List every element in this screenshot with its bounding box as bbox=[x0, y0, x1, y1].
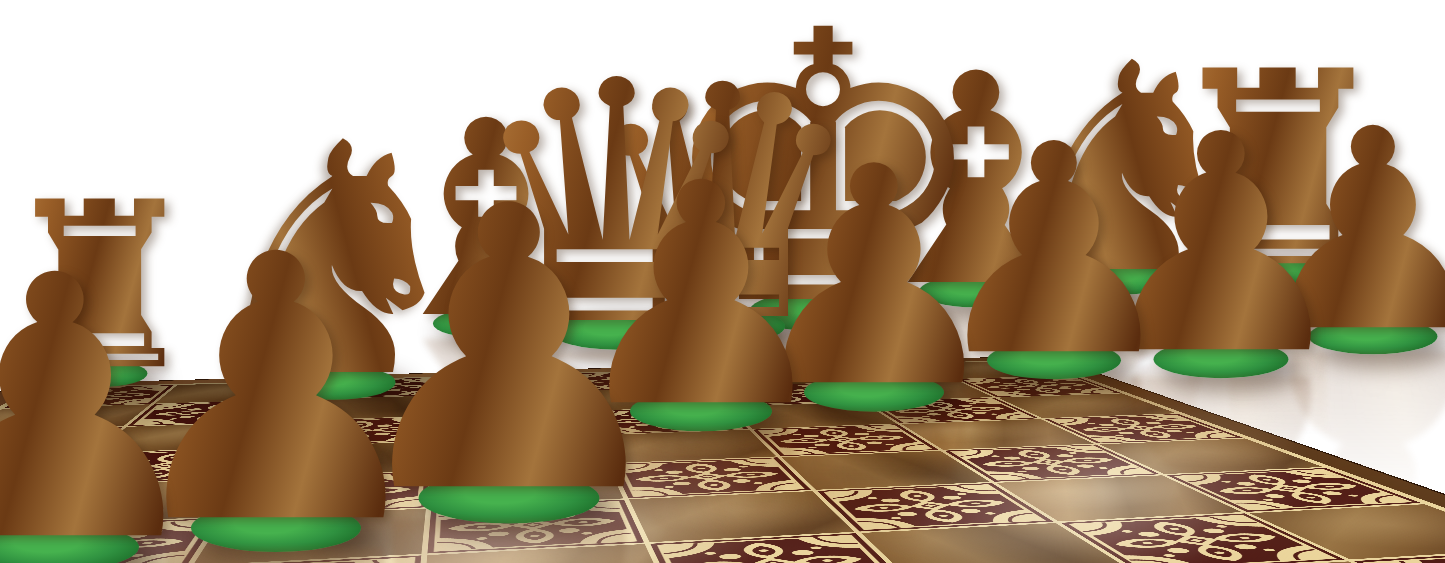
pieces-layer: ♜♜♞♞♝♝♛♛♛♛♚♚♝♝♞♞♜♜♟♟♟♟♟♟♟♟♟♟♟♟♟♟♟♟ bbox=[0, 0, 1445, 563]
pawn-reflection: ♟ bbox=[0, 512, 217, 563]
chess-set-product-photo: ♜♜♞♞♝♝♛♛♛♛♚♚♝♝♞♞♜♜♟♟♟♟♟♟♟♟♟♟♟♟♟♟♟♟ bbox=[0, 0, 1445, 563]
